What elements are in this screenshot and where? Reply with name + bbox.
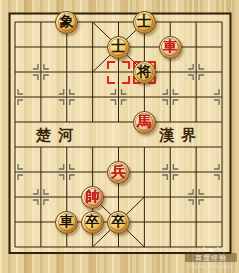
- intersection-f8r2[interactable]: [183, 35, 209, 60]
- intersection-f9r5[interactable]: [209, 110, 235, 135]
- intersection-f4r1[interactable]: [80, 10, 106, 35]
- black-soldier-piece[interactable]: 卒: [81, 211, 104, 234]
- river-label-right: 漢界: [159, 128, 203, 143]
- intersection-f5r10[interactable]: [106, 235, 132, 260]
- piece-label: 卒: [86, 215, 100, 229]
- last-move-from-marker: [107, 61, 130, 84]
- piece-label: 卒: [111, 215, 125, 229]
- watermark: 百度经验 jingyan.baidu.com: [185, 245, 237, 270]
- intersection-f7r1[interactable]: [157, 10, 183, 35]
- xiangqi-board-screenshot: 象士士車将馬兵帥車卒卒 楚河 漢界 百度经验 jingyan.baidu.com: [0, 0, 239, 273]
- intersection-f8r7[interactable]: [183, 160, 209, 185]
- intersection-f6r1[interactable]: 士: [131, 10, 157, 35]
- intersection-f7r9[interactable]: [157, 210, 183, 235]
- intersection-f8r9[interactable]: [183, 210, 209, 235]
- intersection-f6r4[interactable]: [131, 85, 157, 110]
- intersection-f9r2[interactable]: [209, 35, 235, 60]
- intersection-f9r6[interactable]: [209, 135, 235, 160]
- red-general-piece[interactable]: 帥: [81, 186, 104, 209]
- intersection-f1r4[interactable]: [2, 85, 28, 110]
- intersection-f2r2[interactable]: [28, 35, 54, 60]
- intersection-f1r7[interactable]: [2, 160, 28, 185]
- intersection-f4r5[interactable]: [80, 110, 106, 135]
- intersection-f2r10[interactable]: [28, 235, 54, 260]
- intersection-f7r10[interactable]: [157, 235, 183, 260]
- intersection-f2r7[interactable]: [28, 160, 54, 185]
- intersection-f2r8[interactable]: [28, 185, 54, 210]
- intersection-f5r7[interactable]: 兵: [106, 160, 132, 185]
- intersection-f4r9[interactable]: 卒: [80, 210, 106, 235]
- intersection-f7r4[interactable]: [157, 85, 183, 110]
- black-soldier-piece[interactable]: 卒: [107, 211, 130, 234]
- intersection-f1r6[interactable]: [2, 135, 28, 160]
- piece-label: 士: [111, 40, 125, 54]
- intersection-f7r7[interactable]: [157, 160, 183, 185]
- intersection-f2r9[interactable]: [28, 210, 54, 235]
- intersection-f5r1[interactable]: [106, 10, 132, 35]
- intersection-f8r1[interactable]: [183, 10, 209, 35]
- piece-label: 将: [137, 65, 151, 79]
- intersection-f5r5[interactable]: [106, 110, 132, 135]
- intersection-f9r7[interactable]: [209, 160, 235, 185]
- intersection-f6r9[interactable]: [131, 210, 157, 235]
- black-advisor-piece[interactable]: 士: [107, 36, 130, 59]
- intersection-f6r8[interactable]: [131, 185, 157, 210]
- piece-label: 車: [163, 40, 177, 54]
- intersection-f4r7[interactable]: [80, 160, 106, 185]
- piece-label: 馬: [137, 115, 151, 129]
- intersection-f6r2[interactable]: [131, 35, 157, 60]
- intersection-f8r4[interactable]: [183, 85, 209, 110]
- intersection-f4r4[interactable]: [80, 85, 106, 110]
- black-general-piece[interactable]: 将: [133, 61, 156, 84]
- intersection-f3r8[interactable]: [54, 185, 80, 210]
- piece-label: 帥: [86, 190, 100, 204]
- baidu-paw-icon: [185, 245, 237, 253]
- piece-label: 車: [60, 215, 74, 229]
- intersection-f3r1[interactable]: 象: [54, 10, 80, 35]
- intersection-f1r5[interactable]: [2, 110, 28, 135]
- intersection-f9r4[interactable]: [209, 85, 235, 110]
- intersection-f3r3[interactable]: [54, 60, 80, 85]
- intersection-f4r6[interactable]: [80, 135, 106, 160]
- intersection-f8r3[interactable]: [183, 60, 209, 85]
- intersection-f3r9[interactable]: 車: [54, 210, 80, 235]
- piece-label: 士: [137, 15, 151, 29]
- black-advisor-piece[interactable]: 士: [133, 11, 156, 34]
- intersection-f2r4[interactable]: [28, 85, 54, 110]
- intersection-f6r6[interactable]: [131, 135, 157, 160]
- intersection-f4r8[interactable]: 帥: [80, 185, 106, 210]
- red-soldier-piece[interactable]: 兵: [107, 161, 130, 184]
- watermark-title: 百度经验: [185, 253, 237, 262]
- intersection-f5r4[interactable]: [106, 85, 132, 110]
- intersection-f1r8[interactable]: [2, 185, 28, 210]
- red-horse-piece[interactable]: 馬: [133, 111, 156, 134]
- intersection-f1r2[interactable]: [2, 35, 28, 60]
- intersection-f5r8[interactable]: [106, 185, 132, 210]
- intersection-f1r10[interactable]: [2, 235, 28, 260]
- black-chariot-piece[interactable]: 車: [55, 211, 78, 234]
- intersection-f9r1[interactable]: [209, 10, 235, 35]
- intersection-f1r3[interactable]: [2, 60, 28, 85]
- black-elephant-piece[interactable]: 象: [55, 11, 78, 34]
- intersection-f6r7[interactable]: [131, 160, 157, 185]
- intersection-f3r7[interactable]: [54, 160, 80, 185]
- intersection-f2r1[interactable]: [28, 10, 54, 35]
- intersection-f7r2[interactable]: 車: [157, 35, 183, 60]
- intersection-f3r10[interactable]: [54, 235, 80, 260]
- intersection-f4r2[interactable]: [80, 35, 106, 60]
- intersection-f5r6[interactable]: [106, 135, 132, 160]
- intersection-f3r2[interactable]: [54, 35, 80, 60]
- intersection-f3r4[interactable]: [54, 85, 80, 110]
- river-label-left: 楚河: [36, 128, 80, 143]
- intersection-f9r3[interactable]: [209, 60, 235, 85]
- intersection-f4r10[interactable]: [80, 235, 106, 260]
- intersection-f9r8[interactable]: [209, 185, 235, 210]
- intersection-f4r3[interactable]: [80, 60, 106, 85]
- piece-label: 象: [60, 15, 74, 29]
- watermark-subtitle: jingyan.baidu.com: [188, 262, 235, 269]
- intersection-f5r9[interactable]: 卒: [106, 210, 132, 235]
- intersection-f6r10[interactable]: [131, 235, 157, 260]
- intersection-f5r2[interactable]: 士: [106, 35, 132, 60]
- intersection-f8r8[interactable]: [183, 185, 209, 210]
- intersection-f1r9[interactable]: [2, 210, 28, 235]
- intersection-f7r8[interactable]: [157, 185, 183, 210]
- intersection-f7r3[interactable]: [157, 60, 183, 85]
- intersection-f9r9[interactable]: [209, 210, 235, 235]
- intersection-f1r1[interactable]: [2, 10, 28, 35]
- intersection-f6r5[interactable]: 馬: [131, 110, 157, 135]
- red-chariot-piece[interactable]: 車: [159, 36, 182, 59]
- piece-label: 兵: [111, 165, 125, 179]
- intersection-f2r3[interactable]: [28, 60, 54, 85]
